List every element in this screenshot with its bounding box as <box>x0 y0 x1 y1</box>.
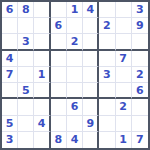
cell-r9c5[interactable]: 4 <box>67 132 83 148</box>
cell-r1c8[interactable] <box>116 2 132 18</box>
cell-r7c6[interactable] <box>83 99 99 115</box>
cell-r1c6[interactable]: 4 <box>83 2 99 18</box>
cell-r7c2[interactable] <box>18 99 34 115</box>
cell-r6c5[interactable] <box>67 83 83 99</box>
cell-r9c2[interactable] <box>18 132 34 148</box>
cell-r4c7[interactable] <box>99 51 115 67</box>
sudoku-board: 6814362932477132566254938417 <box>0 0 150 150</box>
cell-r1c3[interactable] <box>34 2 50 18</box>
cell-r7c8[interactable]: 2 <box>116 99 132 115</box>
cell-r5c2[interactable] <box>18 67 34 83</box>
cell-r3c3[interactable] <box>34 34 50 50</box>
cell-r2c6[interactable] <box>83 18 99 34</box>
cell-r8c4[interactable] <box>51 116 67 132</box>
cell-r3c4[interactable] <box>51 34 67 50</box>
cell-r6c1[interactable] <box>2 83 18 99</box>
cell-r4c4[interactable] <box>51 51 67 67</box>
cell-r8c3[interactable]: 4 <box>34 116 50 132</box>
cell-r7c9[interactable] <box>132 99 148 115</box>
cell-r2c7[interactable]: 2 <box>99 18 115 34</box>
cell-r9c8[interactable]: 1 <box>116 132 132 148</box>
cell-r8c7[interactable] <box>99 116 115 132</box>
cell-r1c2[interactable]: 8 <box>18 2 34 18</box>
cell-r9c1[interactable]: 3 <box>2 132 18 148</box>
cell-r1c4[interactable] <box>51 2 67 18</box>
cell-r8c2[interactable] <box>18 116 34 132</box>
cell-r4c3[interactable] <box>34 51 50 67</box>
cell-r8c6[interactable]: 9 <box>83 116 99 132</box>
cell-r4c1[interactable]: 4 <box>2 51 18 67</box>
cell-r5c7[interactable]: 3 <box>99 67 115 83</box>
cell-r7c3[interactable] <box>34 99 50 115</box>
cell-r2c4[interactable]: 6 <box>51 18 67 34</box>
cell-r8c8[interactable] <box>116 116 132 132</box>
cell-r3c8[interactable] <box>116 34 132 50</box>
cell-r6c2[interactable]: 5 <box>18 83 34 99</box>
cell-r6c9[interactable]: 6 <box>132 83 148 99</box>
cell-r9c3[interactable] <box>34 132 50 148</box>
cell-r2c1[interactable] <box>2 18 18 34</box>
cell-r8c1[interactable]: 5 <box>2 116 18 132</box>
cell-r7c7[interactable] <box>99 99 115 115</box>
cell-r2c8[interactable] <box>116 18 132 34</box>
cell-r1c9[interactable]: 3 <box>132 2 148 18</box>
cell-r7c4[interactable] <box>51 99 67 115</box>
cell-r1c5[interactable]: 1 <box>67 2 83 18</box>
cell-r1c1[interactable]: 6 <box>2 2 18 18</box>
cell-r8c9[interactable] <box>132 116 148 132</box>
cell-r9c9[interactable]: 7 <box>132 132 148 148</box>
cell-r1c7[interactable] <box>99 2 115 18</box>
cell-r5c1[interactable]: 7 <box>2 67 18 83</box>
cell-r3c7[interactable] <box>99 34 115 50</box>
cell-r5c3[interactable]: 1 <box>34 67 50 83</box>
cell-r7c5[interactable]: 6 <box>67 99 83 115</box>
cell-r4c2[interactable] <box>18 51 34 67</box>
cell-r2c2[interactable] <box>18 18 34 34</box>
cell-r5c9[interactable]: 2 <box>132 67 148 83</box>
cell-r4c6[interactable] <box>83 51 99 67</box>
cell-r6c6[interactable] <box>83 83 99 99</box>
cell-r9c4[interactable]: 8 <box>51 132 67 148</box>
cell-r4c8[interactable]: 7 <box>116 51 132 67</box>
cell-r4c9[interactable] <box>132 51 148 67</box>
cell-r5c8[interactable] <box>116 67 132 83</box>
cell-r4c5[interactable] <box>67 51 83 67</box>
cell-r7c1[interactable] <box>2 99 18 115</box>
cell-r9c6[interactable] <box>83 132 99 148</box>
cell-r6c7[interactable] <box>99 83 115 99</box>
cell-r3c6[interactable] <box>83 34 99 50</box>
cell-r5c4[interactable] <box>51 67 67 83</box>
cell-r8c5[interactable] <box>67 116 83 132</box>
cell-r3c1[interactable] <box>2 34 18 50</box>
cell-r6c4[interactable] <box>51 83 67 99</box>
cell-r5c5[interactable] <box>67 67 83 83</box>
cell-r2c5[interactable] <box>67 18 83 34</box>
cell-r2c9[interactable]: 9 <box>132 18 148 34</box>
cell-r3c9[interactable] <box>132 34 148 50</box>
cell-r5c6[interactable] <box>83 67 99 83</box>
cell-r6c3[interactable] <box>34 83 50 99</box>
cell-r9c7[interactable] <box>99 132 115 148</box>
cell-r6c8[interactable] <box>116 83 132 99</box>
cell-r3c5[interactable]: 2 <box>67 34 83 50</box>
cell-r2c3[interactable] <box>34 18 50 34</box>
cell-r3c2[interactable]: 3 <box>18 34 34 50</box>
